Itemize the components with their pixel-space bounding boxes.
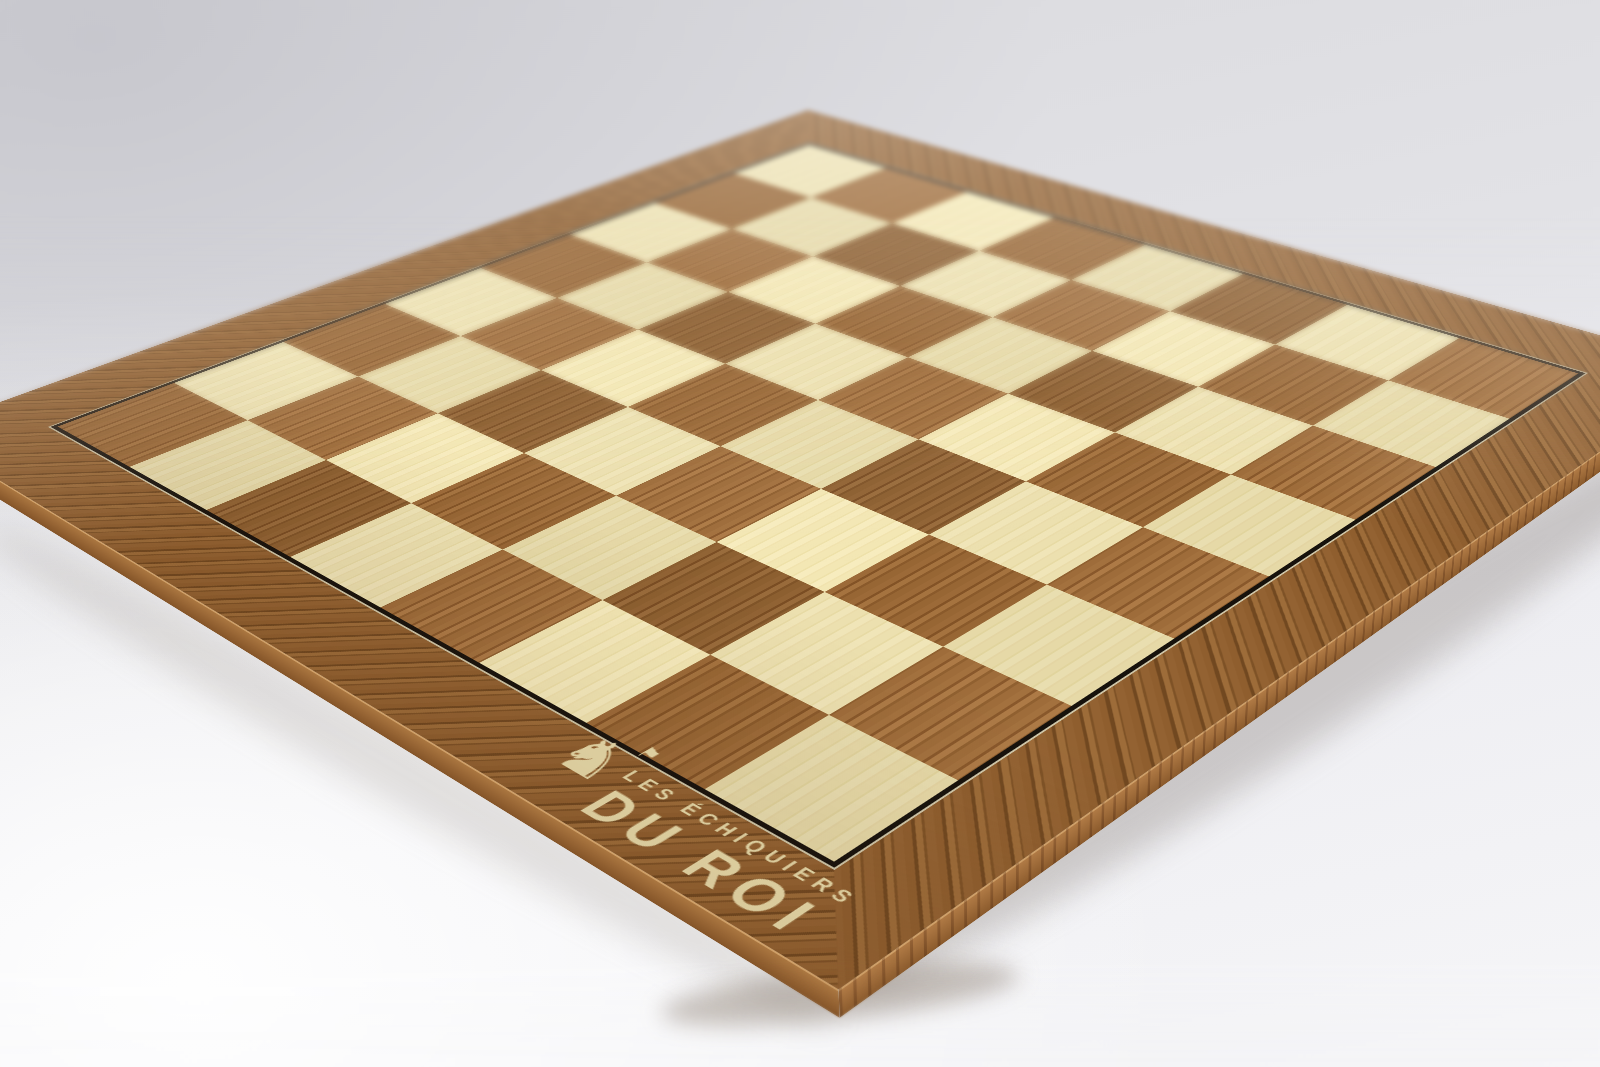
square-d3 (524, 407, 721, 496)
black-inlay-line (51, 143, 1586, 868)
square-f3 (716, 489, 929, 592)
square-h7 (1312, 380, 1509, 467)
square-c1 (207, 460, 412, 557)
square-h5 (1143, 474, 1356, 576)
square-f5 (918, 393, 1115, 481)
pinstripe-inlay (48, 142, 1589, 870)
square-c2 (326, 413, 523, 503)
square-g5 (1026, 432, 1231, 527)
square-g4 (929, 481, 1142, 584)
chess-board: ♞ ⚑ LES ÉCHIQUIERS DU ROI (0, 110, 1600, 989)
square-d1 (290, 503, 503, 608)
square-e3 (616, 446, 821, 542)
square-e4 (721, 400, 918, 489)
camera-tilt-wrapper: ♞ ⚑ LES ÉCHIQUIERS DU ROI (0, 0, 1600, 1067)
square-f2 (603, 542, 825, 655)
square-b1 (129, 420, 326, 510)
square-d2 (411, 453, 616, 549)
square-g2 (711, 592, 943, 714)
square-h4 (1047, 527, 1269, 638)
playing-field (58, 145, 1579, 862)
square-h2 (829, 646, 1072, 780)
square-g3 (825, 534, 1047, 646)
square-g1 (586, 655, 829, 789)
square-e1 (380, 549, 602, 662)
square-h3 (943, 584, 1175, 706)
square-h6 (1231, 425, 1436, 519)
product-photo-backdrop: ♞ ⚑ LES ÉCHIQUIERS DU ROI (0, 0, 1600, 1067)
square-f1 (479, 600, 711, 723)
square-g6 (1115, 387, 1312, 474)
square-f4 (821, 439, 1026, 534)
square-e2 (503, 496, 716, 600)
